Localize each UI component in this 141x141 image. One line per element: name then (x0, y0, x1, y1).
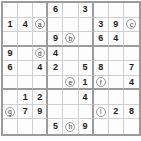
cell-r3c4: 9 (48, 32, 63, 47)
cell-r5c4: 2 (48, 61, 63, 76)
circled-letter-e: e (65, 77, 75, 87)
circled-letter-h: h (65, 122, 75, 132)
cell-r3c8: 4 (109, 32, 124, 47)
cell-r4c6[interactable] (79, 47, 94, 62)
cell-r2c7: 3 (94, 18, 109, 33)
cell-r2c6[interactable] (79, 18, 94, 33)
cell-r3c6[interactable] (79, 32, 94, 47)
cell-r2c2: 4 (18, 18, 33, 33)
given-digit: 7 (129, 63, 134, 72)
cell-r5c9: 7 (124, 61, 139, 76)
cell-r1c5[interactable] (63, 3, 78, 18)
cell-r4c9[interactable] (124, 47, 139, 62)
circled-letter-a: a (35, 19, 45, 29)
given-digit: 2 (113, 107, 118, 116)
given-digit: 1 (8, 20, 13, 29)
given-digit: 3 (98, 20, 103, 29)
given-digit: 8 (129, 107, 134, 116)
given-digit: 4 (37, 63, 42, 72)
cell-r5c7: 8 (94, 61, 109, 76)
cell-r1c7[interactable] (94, 3, 109, 18)
cell-r2c5[interactable] (63, 18, 78, 33)
cell-r8c3: 9 (33, 105, 48, 120)
cell-r6c5[interactable]: e (63, 76, 78, 91)
cell-r9c1[interactable] (3, 119, 18, 134)
cell-r6c1[interactable] (3, 76, 18, 91)
given-digit: 4 (113, 34, 118, 43)
cell-r2c4[interactable] (48, 18, 63, 33)
cell-r9c9[interactable] (124, 119, 139, 134)
given-digit: 9 (8, 49, 13, 58)
cell-r1c2[interactable] (18, 3, 33, 18)
sudoku-board: 6314a39c9b649d4642587e1f4124g79i285h9 (1, 1, 141, 136)
cell-r1c8[interactable] (109, 3, 124, 18)
cell-r3c2[interactable] (18, 32, 33, 47)
cell-r7c2: 1 (18, 90, 33, 105)
cell-r1c1[interactable] (3, 3, 18, 18)
cell-r4c7[interactable] (94, 47, 109, 62)
cell-r8c2: 7 (18, 105, 33, 120)
cell-r2c3[interactable]: a (33, 18, 48, 33)
cell-r8c7[interactable]: i (94, 105, 109, 120)
given-digit: 2 (37, 93, 42, 102)
given-digit: 8 (98, 63, 103, 72)
given-digit: 1 (83, 78, 88, 87)
cell-r5c3: 4 (33, 61, 48, 76)
cell-r7c8[interactable] (109, 90, 124, 105)
cell-r6c3[interactable] (33, 76, 48, 91)
circled-letter-i: i (96, 107, 106, 117)
cell-r1c6: 3 (79, 3, 94, 18)
cell-r2c9[interactable]: c (124, 18, 139, 33)
cell-r2c8: 9 (109, 18, 124, 33)
cell-r4c2[interactable] (18, 47, 33, 62)
cell-r8c5[interactable] (63, 105, 78, 120)
cell-r4c3[interactable]: d (33, 47, 48, 62)
cell-r4c5[interactable] (63, 47, 78, 62)
circled-letter-c: c (126, 19, 136, 29)
cell-r7c1[interactable] (3, 90, 18, 105)
cell-r9c7[interactable] (94, 119, 109, 134)
given-digit: 9 (37, 107, 42, 116)
cell-r1c4: 6 (48, 3, 63, 18)
cell-r4c1: 9 (3, 47, 18, 62)
given-digit: 6 (53, 5, 58, 14)
given-digit: 5 (83, 63, 88, 72)
cell-r9c2[interactable] (18, 119, 33, 134)
given-digit: 5 (53, 122, 58, 131)
given-digit: 7 (23, 107, 28, 116)
cell-r4c8[interactable] (109, 47, 124, 62)
cell-r9c6: 9 (79, 119, 94, 134)
cell-r5c1: 6 (3, 61, 18, 76)
given-digit: 4 (129, 78, 134, 87)
cell-r4c4: 4 (48, 47, 63, 62)
cell-r3c5[interactable]: b (63, 32, 78, 47)
circled-letter-d: d (35, 48, 45, 58)
cell-r7c5[interactable] (63, 90, 78, 105)
cell-r3c9[interactable] (124, 32, 139, 47)
cell-r5c6: 5 (79, 61, 94, 76)
circled-letter-f: f (96, 77, 106, 87)
cell-r3c1[interactable] (3, 32, 18, 47)
circled-letter-b: b (65, 33, 75, 43)
cell-r3c3[interactable] (33, 32, 48, 47)
given-digit: 1 (23, 93, 28, 102)
cell-r5c8[interactable] (109, 61, 124, 76)
cell-r6c6: 1 (79, 76, 94, 91)
given-digit: 9 (53, 34, 58, 43)
given-digit: 6 (8, 63, 13, 72)
cell-r1c9[interactable] (124, 3, 139, 18)
given-digit: 6 (98, 34, 103, 43)
cell-r9c8[interactable] (109, 119, 124, 134)
cell-r5c2[interactable] (18, 61, 33, 76)
cell-r5c5[interactable] (63, 61, 78, 76)
cell-r7c3: 2 (33, 90, 48, 105)
cell-r7c9[interactable] (124, 90, 139, 105)
cell-r7c7[interactable] (94, 90, 109, 105)
cell-r8c8: 2 (109, 105, 124, 120)
given-digit: 9 (113, 20, 118, 29)
given-digit: 4 (53, 49, 58, 58)
cell-r6c9: 4 (124, 76, 139, 91)
given-digit: 2 (53, 63, 58, 72)
cell-r6c7[interactable]: f (94, 76, 109, 91)
cell-r6c4[interactable] (48, 76, 63, 91)
cell-r3c7: 6 (94, 32, 109, 47)
cell-r8c6[interactable] (79, 105, 94, 120)
cell-r2c1: 1 (3, 18, 18, 33)
cell-r8c9: 8 (124, 105, 139, 120)
cell-r7c4[interactable] (48, 90, 63, 105)
cell-r9c3[interactable] (33, 119, 48, 134)
cell-r8c4[interactable] (48, 105, 63, 120)
cell-r1c3[interactable] (33, 3, 48, 18)
circled-letter-g: g (5, 107, 15, 117)
cell-r9c4: 5 (48, 119, 63, 134)
given-digit: 4 (83, 93, 88, 102)
given-digit: 4 (23, 20, 28, 29)
cell-r9c5[interactable]: h (63, 119, 78, 134)
given-digit: 9 (83, 122, 88, 131)
given-digit: 3 (83, 5, 88, 14)
cell-r7c6: 4 (79, 90, 94, 105)
cell-r6c8[interactable] (109, 76, 124, 91)
cell-r6c2[interactable] (18, 76, 33, 91)
cell-r8c1[interactable]: g (3, 105, 18, 120)
